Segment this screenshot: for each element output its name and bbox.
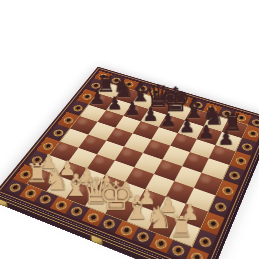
chess-board: ♜♞♝♛♚♝♞♜♟♟♟♟♟♟♟♟♟♟♟♟♟♟♟♟♜♞♝♛♚♝♞♜	[0, 67, 259, 259]
black-pawn[interactable]: ♟	[142, 105, 158, 123]
black-pawn[interactable]: ♟	[107, 94, 123, 112]
ornament-ring-icon	[23, 188, 38, 199]
ornament-ring-icon	[241, 142, 253, 151]
ornament-ring-icon	[189, 251, 204, 259]
black-pawn[interactable]: ♟	[90, 89, 106, 106]
brass-latch-icon	[90, 234, 102, 246]
white-rook[interactable]: ♜	[168, 212, 194, 241]
ornament-ring-icon	[171, 244, 186, 257]
ornament-ring-icon	[206, 217, 220, 229]
ornament-ring-icon	[102, 218, 117, 230]
ornament-ring-icon	[234, 156, 247, 166]
brass-hinge-icon	[0, 198, 8, 208]
black-pawn[interactable]: ♟	[125, 100, 141, 118]
black-pawn[interactable]: ♟	[179, 117, 196, 135]
black-pawn[interactable]: ♟	[198, 123, 215, 142]
black-pawn[interactable]: ♟	[217, 129, 234, 148]
ornament-ring-icon	[38, 193, 53, 204]
ornament-ring-icon	[197, 235, 212, 248]
ornament-ring-icon	[221, 185, 235, 196]
photo-scene: ♜♞♝♛♚♝♞♜♟♟♟♟♟♟♟♟♟♟♟♟♟♟♟♟♜♞♝♛♚♝♞♜	[0, 0, 259, 259]
perspective-scene: ♜♞♝♛♚♝♞♜♟♟♟♟♟♟♟♟♟♟♟♟♟♟♟♟♜♞♝♛♚♝♞♜	[0, 0, 259, 259]
black-pawn[interactable]: ♟	[161, 111, 177, 129]
ornament-ring-icon	[228, 170, 241, 180]
ornament-ring-icon	[153, 237, 168, 250]
